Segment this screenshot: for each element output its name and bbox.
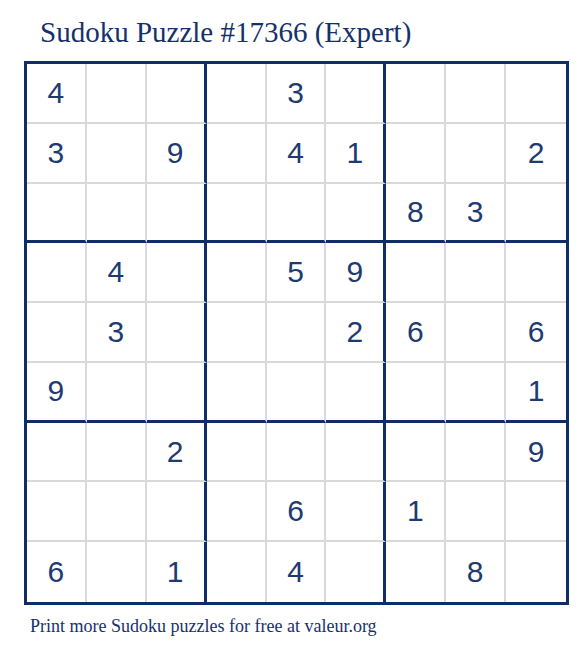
cell-r6c9[interactable]: 1 [506, 363, 566, 423]
cell-r5c7[interactable]: 6 [386, 303, 446, 363]
cell-r1c4[interactable] [207, 64, 267, 124]
cell-r4c2[interactable]: 4 [87, 243, 147, 303]
cell-r5c8[interactable] [446, 303, 506, 363]
cell-r3c9[interactable] [506, 184, 566, 244]
cell-r4c4[interactable] [207, 243, 267, 303]
cell-r8c2[interactable] [87, 482, 147, 542]
cell-r5c9[interactable]: 6 [506, 303, 566, 363]
cell-r9c1[interactable]: 6 [27, 542, 87, 602]
cell-r7c6[interactable] [326, 423, 386, 483]
cell-r7c2[interactable] [87, 423, 147, 483]
cell-r8c8[interactable] [446, 482, 506, 542]
cell-r8c5[interactable]: 6 [267, 482, 327, 542]
cell-r8c1[interactable] [27, 482, 87, 542]
cell-r3c6[interactable] [326, 184, 386, 244]
cell-r1c8[interactable] [446, 64, 506, 124]
cell-r9c4[interactable] [207, 542, 267, 602]
cell-r6c5[interactable] [267, 363, 327, 423]
cell-r2c6[interactable]: 1 [326, 124, 386, 184]
cell-r6c7[interactable] [386, 363, 446, 423]
cell-r2c3[interactable]: 9 [147, 124, 207, 184]
cell-r6c1[interactable]: 9 [27, 363, 87, 423]
cell-r3c2[interactable] [87, 184, 147, 244]
cell-r3c5[interactable] [267, 184, 327, 244]
cell-r2c7[interactable] [386, 124, 446, 184]
cell-r2c1[interactable]: 3 [27, 124, 87, 184]
cell-r5c3[interactable] [147, 303, 207, 363]
cell-r3c3[interactable] [147, 184, 207, 244]
cell-r1c7[interactable] [386, 64, 446, 124]
cell-r2c8[interactable] [446, 124, 506, 184]
cell-r9c2[interactable] [87, 542, 147, 602]
cell-r7c1[interactable] [27, 423, 87, 483]
cell-r9c5[interactable]: 4 [267, 542, 327, 602]
cell-r4c1[interactable] [27, 243, 87, 303]
footer-credit: Print more Sudoku puzzles for free at va… [30, 616, 377, 637]
cell-r8c6[interactable] [326, 482, 386, 542]
cell-r9c3[interactable]: 1 [147, 542, 207, 602]
cell-r3c8[interactable]: 3 [446, 184, 506, 244]
cell-r3c7[interactable]: 8 [386, 184, 446, 244]
cell-r5c5[interactable] [267, 303, 327, 363]
cell-r7c4[interactable] [207, 423, 267, 483]
cell-r9c9[interactable] [506, 542, 566, 602]
cell-r4c6[interactable]: 9 [326, 243, 386, 303]
cell-r8c7[interactable]: 1 [386, 482, 446, 542]
cell-r1c9[interactable] [506, 64, 566, 124]
cell-r4c7[interactable] [386, 243, 446, 303]
cell-r3c4[interactable] [207, 184, 267, 244]
cell-r5c1[interactable] [27, 303, 87, 363]
cell-r1c3[interactable] [147, 64, 207, 124]
cell-r2c2[interactable] [87, 124, 147, 184]
cell-r2c4[interactable] [207, 124, 267, 184]
cell-r5c2[interactable]: 3 [87, 303, 147, 363]
cell-r2c5[interactable]: 4 [267, 124, 327, 184]
cell-r4c9[interactable] [506, 243, 566, 303]
cell-r7c9[interactable]: 9 [506, 423, 566, 483]
cell-r6c8[interactable] [446, 363, 506, 423]
cell-r3c1[interactable] [27, 184, 87, 244]
cell-r7c3[interactable]: 2 [147, 423, 207, 483]
cell-r4c3[interactable] [147, 243, 207, 303]
cell-r1c1[interactable]: 4 [27, 64, 87, 124]
cell-r7c5[interactable] [267, 423, 327, 483]
cell-r9c8[interactable]: 8 [446, 542, 506, 602]
cell-r2c9[interactable]: 2 [506, 124, 566, 184]
cell-r8c4[interactable] [207, 482, 267, 542]
cell-r8c9[interactable] [506, 482, 566, 542]
sudoku-board: 43394128345932669129616148 [24, 61, 569, 605]
cell-r6c2[interactable] [87, 363, 147, 423]
cell-r9c7[interactable] [386, 542, 446, 602]
cell-r1c2[interactable] [87, 64, 147, 124]
cell-r6c3[interactable] [147, 363, 207, 423]
cell-r1c5[interactable]: 3 [267, 64, 327, 124]
cell-r8c3[interactable] [147, 482, 207, 542]
cell-r5c4[interactable] [207, 303, 267, 363]
cell-r5c6[interactable]: 2 [326, 303, 386, 363]
cell-r6c4[interactable] [207, 363, 267, 423]
cell-r1c6[interactable] [326, 64, 386, 124]
cell-r6c6[interactable] [326, 363, 386, 423]
cell-r4c8[interactable] [446, 243, 506, 303]
page-title: Sudoku Puzzle #17366 (Expert) [40, 16, 411, 49]
cell-r7c7[interactable] [386, 423, 446, 483]
cell-r7c8[interactable] [446, 423, 506, 483]
cell-r4c5[interactable]: 5 [267, 243, 327, 303]
cell-r9c6[interactable] [326, 542, 386, 602]
